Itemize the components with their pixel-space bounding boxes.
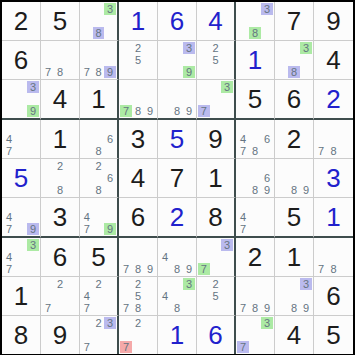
solved-digit-5[interactable]: 5 <box>158 120 197 159</box>
candidate-3[interactable]: 3 <box>221 81 233 93</box>
solved-digit-1[interactable]: 1 <box>119 2 158 41</box>
solved-digit-4[interactable]: 4 <box>197 2 236 41</box>
cell-r7c4[interactable]: 789 <box>119 238 158 277</box>
candidate-3[interactable]: 3 <box>300 42 312 54</box>
given-digit-3[interactable]: 3 <box>41 198 80 238</box>
given-digit-6[interactable]: 6 <box>314 277 353 316</box>
cell-r8c3[interactable]: 247 <box>80 277 119 316</box>
candidate-7[interactable]: 7 <box>198 263 210 275</box>
candidate-2[interactable]: 2 <box>54 160 66 172</box>
solved-digit-2[interactable]: 2 <box>314 80 353 120</box>
candidate-4[interactable]: 4 <box>237 133 249 145</box>
candidate-2[interactable]: 2 <box>210 278 222 290</box>
given-digit-4[interactable]: 4 <box>119 159 158 198</box>
candidate-7[interactable]: 7 <box>120 302 132 314</box>
candidate-8[interactable]: 8 <box>288 302 300 314</box>
cell-r8c2[interactable]: 27 <box>41 277 80 316</box>
candidate-4[interactable]: 4 <box>3 251 15 263</box>
candidate-7[interactable]: 7 <box>237 145 249 157</box>
candidate-7[interactable]: 7 <box>120 105 132 117</box>
given-digit-4[interactable]: 4 <box>314 41 353 80</box>
given-digit-2[interactable]: 2 <box>275 120 314 159</box>
cell-r1c3[interactable]: 38 <box>80 2 119 41</box>
candidate-7[interactable]: 7 <box>120 341 132 353</box>
candidate-7[interactable]: 7 <box>237 341 249 353</box>
candidate-4[interactable]: 4 <box>3 133 15 145</box>
solved-digit-2[interactable]: 2 <box>158 198 197 238</box>
candidate-8[interactable]: 8 <box>327 145 339 157</box>
cell-r2c8[interactable]: 38 <box>275 41 314 80</box>
cell-r2c4[interactable]: 25 <box>119 41 158 80</box>
candidate-5[interactable]: 5 <box>210 290 222 302</box>
candidate-9[interactable]: 9 <box>27 223 39 235</box>
candidate-2[interactable]: 2 <box>54 278 66 290</box>
given-digit-9[interactable]: 9 <box>197 120 236 159</box>
candidate-3[interactable]: 3 <box>221 239 233 251</box>
candidate-9[interactable]: 9 <box>300 184 312 196</box>
candidate-4[interactable]: 4 <box>81 290 93 302</box>
given-digit-7[interactable]: 7 <box>158 159 197 198</box>
candidate-3[interactable]: 3 <box>104 317 116 329</box>
candidate-7[interactable]: 7 <box>42 302 54 314</box>
cell-r2c5[interactable]: 39 <box>158 41 197 80</box>
candidate-8[interactable]: 8 <box>327 263 339 275</box>
candidate-8[interactable]: 8 <box>54 184 66 196</box>
candidate-7[interactable]: 7 <box>237 223 249 235</box>
cell-r2c3[interactable]: 789 <box>80 41 119 80</box>
candidate-8[interactable]: 8 <box>93 66 105 78</box>
given-digit-1[interactable]: 1 <box>197 159 236 198</box>
cell-r3c6[interactable]: 37 <box>197 80 236 120</box>
candidate-8[interactable]: 8 <box>249 27 261 39</box>
cell-r5c3[interactable]: 268 <box>80 159 119 198</box>
candidate-9[interactable]: 9 <box>27 105 39 117</box>
cell-r9c3[interactable]: 237 <box>80 316 119 354</box>
candidate-8[interactable]: 8 <box>288 184 300 196</box>
candidate-8[interactable]: 8 <box>249 302 261 314</box>
cell-r3c5[interactable]: 89 <box>158 80 197 120</box>
cell-r3c4[interactable]: 789 <box>119 80 158 120</box>
given-digit-1[interactable]: 1 <box>80 80 119 120</box>
candidate-9[interactable]: 9 <box>104 223 116 235</box>
candidate-7[interactable]: 7 <box>81 302 93 314</box>
candidate-8[interactable]: 8 <box>249 184 261 196</box>
solved-digit-1[interactable]: 1 <box>158 316 197 354</box>
candidate-8[interactable]: 8 <box>93 184 105 196</box>
given-digit-3[interactable]: 3 <box>119 120 158 159</box>
candidate-7[interactable]: 7 <box>81 223 93 235</box>
cell-r8c8[interactable]: 389 <box>275 277 314 316</box>
candidate-4[interactable]: 4 <box>237 211 249 223</box>
given-digit-6[interactable]: 6 <box>41 238 80 277</box>
cell-r7c9[interactable]: 78 <box>314 238 353 277</box>
candidate-5[interactable]: 5 <box>132 54 144 66</box>
cell-r9c7[interactable]: 37 <box>236 316 275 354</box>
cell-r7c6[interactable]: 37 <box>197 238 236 277</box>
given-digit-4[interactable]: 4 <box>41 80 80 120</box>
given-digit-5[interactable]: 5 <box>275 198 314 238</box>
candidate-2[interactable]: 2 <box>132 42 144 54</box>
candidate-9[interactable]: 9 <box>144 105 156 117</box>
candidate-3[interactable]: 3 <box>300 278 312 290</box>
candidate-9[interactable]: 9 <box>144 263 156 275</box>
given-digit-2[interactable]: 2 <box>2 2 41 41</box>
candidate-7[interactable]: 7 <box>42 66 54 78</box>
candidate-8[interactable]: 8 <box>93 27 105 39</box>
cell-r8c6[interactable]: 25 <box>197 277 236 316</box>
candidate-6[interactable]: 6 <box>104 133 116 145</box>
candidate-4[interactable]: 4 <box>159 251 171 263</box>
candidate-8[interactable]: 8 <box>171 263 183 275</box>
candidate-8[interactable]: 8 <box>288 66 300 78</box>
solved-digit-6[interactable]: 6 <box>158 2 197 41</box>
cell-r7c1[interactable]: 347 <box>2 238 41 277</box>
candidate-4[interactable]: 4 <box>81 211 93 223</box>
candidate-4[interactable]: 4 <box>159 290 171 302</box>
cell-r5c7[interactable]: 689 <box>236 159 275 198</box>
solved-digit-3[interactable]: 3 <box>314 159 353 198</box>
candidate-7[interactable]: 7 <box>3 263 15 275</box>
candidate-9[interactable]: 9 <box>183 263 195 275</box>
candidate-5[interactable]: 5 <box>132 290 144 302</box>
candidate-7[interactable]: 7 <box>81 341 93 353</box>
cell-r7c5[interactable]: 489 <box>158 238 197 277</box>
solved-digit-6[interactable]: 6 <box>197 316 236 354</box>
cell-r4c3[interactable]: 68 <box>80 120 119 159</box>
candidate-3[interactable]: 3 <box>183 42 195 54</box>
candidate-7[interactable]: 7 <box>3 145 15 157</box>
candidate-6[interactable]: 6 <box>104 172 116 184</box>
candidate-8[interactable]: 8 <box>171 105 183 117</box>
given-digit-1[interactable]: 1 <box>2 277 41 316</box>
given-digit-2[interactable]: 2 <box>236 238 275 277</box>
given-digit-8[interactable]: 8 <box>197 198 236 238</box>
candidate-8[interactable]: 8 <box>249 145 261 157</box>
candidate-2[interactable]: 2 <box>132 317 144 329</box>
cell-r2c2[interactable]: 78 <box>41 41 80 80</box>
given-digit-6[interactable]: 6 <box>119 198 158 238</box>
candidate-9[interactable]: 9 <box>183 66 195 78</box>
given-digit-4[interactable]: 4 <box>275 316 314 354</box>
given-digit-6[interactable]: 6 <box>275 80 314 120</box>
candidate-3[interactable]: 3 <box>27 239 39 251</box>
cell-r3c1[interactable]: 39 <box>2 80 41 120</box>
candidate-8[interactable]: 8 <box>132 302 144 314</box>
given-digit-5[interactable]: 5 <box>80 238 119 277</box>
solved-digit-5[interactable]: 5 <box>2 159 41 198</box>
candidate-8[interactable]: 8 <box>132 263 144 275</box>
cell-r9c4[interactable]: 27 <box>119 316 158 354</box>
candidate-9[interactable]: 9 <box>300 302 312 314</box>
cell-r1c7[interactable]: 38 <box>236 2 275 41</box>
cell-r8c4[interactable]: 2578 <box>119 277 158 316</box>
cell-r4c9[interactable]: 78 <box>314 120 353 159</box>
candidate-3[interactable]: 3 <box>261 3 273 15</box>
cell-r6c1[interactable]: 479 <box>2 198 41 238</box>
candidate-9[interactable]: 9 <box>261 184 273 196</box>
candidate-9[interactable]: 9 <box>261 302 273 314</box>
given-digit-8[interactable]: 8 <box>2 316 41 354</box>
candidate-7[interactable]: 7 <box>198 105 210 117</box>
cell-r5c8[interactable]: 89 <box>275 159 314 198</box>
candidate-2[interactable]: 2 <box>210 42 222 54</box>
candidate-7[interactable]: 7 <box>315 263 327 275</box>
candidate-4[interactable]: 4 <box>3 211 15 223</box>
candidate-8[interactable]: 8 <box>54 66 66 78</box>
candidate-7[interactable]: 7 <box>237 302 249 314</box>
given-digit-9[interactable]: 9 <box>41 316 80 354</box>
candidate-7[interactable]: 7 <box>81 66 93 78</box>
cell-r6c7[interactable]: 47 <box>236 198 275 238</box>
candidate-3[interactable]: 3 <box>183 278 195 290</box>
cell-r8c7[interactable]: 789 <box>236 277 275 316</box>
candidate-9[interactable]: 9 <box>183 105 195 117</box>
solved-digit-1[interactable]: 1 <box>314 198 353 238</box>
given-digit-7[interactable]: 7 <box>275 2 314 41</box>
candidate-8[interactable]: 8 <box>171 302 183 314</box>
candidate-7[interactable]: 7 <box>120 263 132 275</box>
given-digit-1[interactable]: 1 <box>41 120 80 159</box>
candidate-9[interactable]: 9 <box>104 66 116 78</box>
candidate-2[interactable]: 2 <box>132 278 144 290</box>
candidate-2[interactable]: 2 <box>93 160 105 172</box>
given-digit-9[interactable]: 9 <box>314 2 353 41</box>
sudoku-board: 2538164387967878925392513843941789893756… <box>0 0 355 355</box>
given-digit-1[interactable]: 1 <box>275 238 314 277</box>
given-digit-5[interactable]: 5 <box>236 80 275 120</box>
candidate-3[interactable]: 3 <box>27 81 39 93</box>
cell-r4c7[interactable]: 4678 <box>236 120 275 159</box>
cell-r2c6[interactable]: 25 <box>197 41 236 80</box>
cell-r6c3[interactable]: 479 <box>80 198 119 238</box>
candidate-7[interactable]: 7 <box>315 145 327 157</box>
given-digit-5[interactable]: 5 <box>41 2 80 41</box>
candidate-5[interactable]: 5 <box>210 54 222 66</box>
given-digit-6[interactable]: 6 <box>2 41 41 80</box>
cell-r4c1[interactable]: 47 <box>2 120 41 159</box>
candidate-3[interactable]: 3 <box>261 317 273 329</box>
candidate-3[interactable]: 3 <box>104 3 116 15</box>
candidate-8[interactable]: 8 <box>132 105 144 117</box>
cell-r8c5[interactable]: 348 <box>158 277 197 316</box>
candidate-6[interactable]: 6 <box>261 133 273 145</box>
candidate-6[interactable]: 6 <box>261 172 273 184</box>
candidate-7[interactable]: 7 <box>3 223 15 235</box>
solved-digit-1[interactable]: 1 <box>236 41 275 80</box>
cell-r5c2[interactable]: 28 <box>41 159 80 198</box>
candidate-2[interactable]: 2 <box>93 278 105 290</box>
given-digit-5[interactable]: 5 <box>314 316 353 354</box>
candidate-2[interactable]: 2 <box>93 317 105 329</box>
candidate-8[interactable]: 8 <box>93 145 105 157</box>
